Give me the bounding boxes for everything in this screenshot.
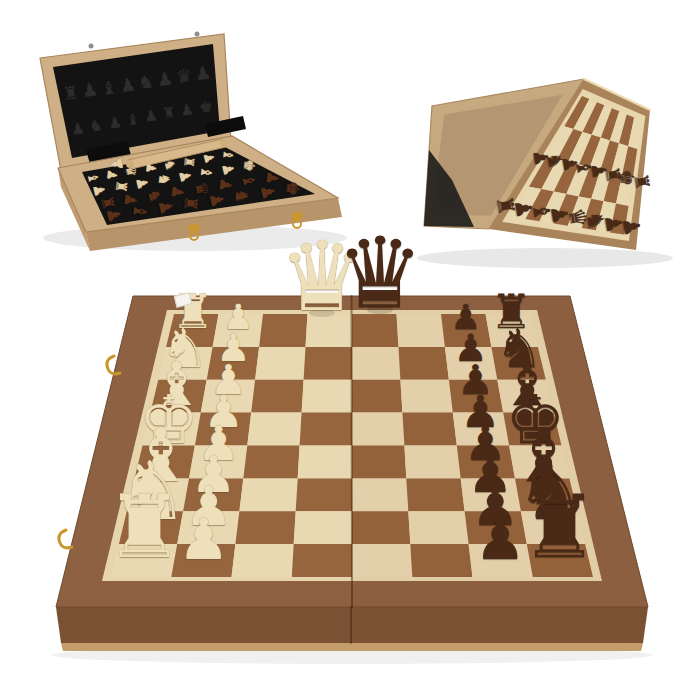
- lid-hinge-pin: [89, 44, 94, 49]
- board-square: [306, 314, 353, 347]
- board-square: [300, 413, 352, 446]
- center-fold-seam: [352, 296, 353, 607]
- board-square: [119, 511, 183, 544]
- board-square: [296, 478, 352, 511]
- queen-shadow: [367, 306, 393, 314]
- board-bottom-edge: [61, 643, 643, 651]
- board-square: [232, 544, 294, 577]
- board-square: [292, 544, 352, 577]
- tent-shadow: [417, 248, 673, 268]
- board-square: [302, 380, 352, 413]
- scene-graphics: [0, 0, 700, 700]
- board-square: [294, 511, 352, 544]
- board-square: [143, 413, 201, 446]
- board-square: [171, 544, 235, 577]
- board-square: [195, 413, 251, 446]
- board-square: [183, 478, 243, 511]
- board-square: [189, 446, 247, 479]
- board-square: [207, 347, 259, 380]
- board-square: [135, 446, 195, 479]
- board-square: [255, 347, 305, 380]
- board-square: [259, 314, 307, 347]
- board-square: [201, 380, 255, 413]
- board-square: [111, 544, 177, 577]
- board-square: [166, 314, 218, 347]
- board-square: [150, 380, 206, 413]
- board-square: [247, 413, 301, 446]
- board-square: [177, 511, 239, 544]
- board-square: [251, 380, 303, 413]
- board-square: [239, 478, 297, 511]
- board-square: [158, 347, 212, 380]
- product-photo-scene: ♜♟♝♟♞♟♛♟♟♞♟♝♟♜♟♚♝♟♛♟♞♜♟♝♟♜♟♞♟♝♟♚♜♟♞♟♛♟♝♟…: [0, 0, 700, 700]
- lid-hinge-pin: [195, 32, 200, 37]
- dowel-end: [220, 139, 228, 147]
- side-clasp: [59, 530, 72, 548]
- board-square: [298, 446, 352, 479]
- board-square: [235, 511, 295, 544]
- board-square: [213, 314, 263, 347]
- right-half-tint: [352, 296, 649, 607]
- board-square: [127, 478, 189, 511]
- board-square: [304, 347, 352, 380]
- queen-shadow: [309, 309, 335, 317]
- board-square: [243, 446, 299, 479]
- dowel-end: [126, 160, 134, 168]
